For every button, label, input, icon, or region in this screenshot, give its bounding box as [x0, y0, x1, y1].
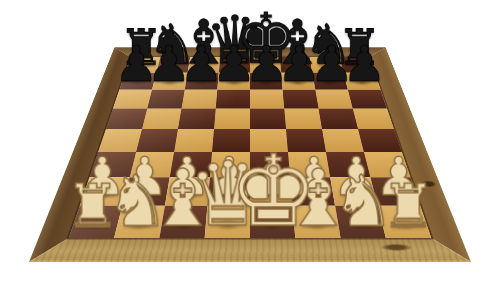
- square-b5[interactable]: [142, 108, 182, 129]
- square-d5[interactable]: [214, 108, 250, 129]
- square-e1[interactable]: ♚: [250, 206, 295, 238]
- square-h6[interactable]: [348, 90, 387, 109]
- square-d6[interactable]: [216, 90, 250, 109]
- square-g5[interactable]: [318, 108, 358, 129]
- piece-black-pawn[interactable]: ♟: [342, 40, 386, 89]
- chess-set-product-photo: ♜♞♝♛♚♝♞♜♟♟♟♟♟♟♟♟♟♟♟♟♟♟♟♟♜♞♝♛♚♝♞♜: [0, 0, 500, 286]
- square-c5[interactable]: [178, 108, 216, 129]
- square-b6[interactable]: [147, 90, 184, 109]
- square-e6[interactable]: [250, 90, 284, 109]
- square-f5[interactable]: [284, 108, 322, 129]
- board-frame-front-rail: [29, 238, 471, 262]
- square-a6[interactable]: [113, 90, 152, 109]
- piece-white-king[interactable]: ♚: [228, 141, 317, 240]
- board-3d: ♜♞♝♛♚♝♞♜♟♟♟♟♟♟♟♟♟♟♟♟♟♟♟♟♜♞♝♛♚♝♞♜: [29, 47, 471, 262]
- chess-board: ♜♞♝♛♚♝♞♜♟♟♟♟♟♟♟♟♟♟♟♟♟♟♟♟♜♞♝♛♚♝♞♜: [69, 57, 431, 238]
- square-a5[interactable]: [106, 108, 147, 129]
- square-g6[interactable]: [315, 90, 352, 109]
- square-c6[interactable]: [182, 90, 218, 109]
- square-h7[interactable]: ♟: [344, 73, 381, 90]
- square-f6[interactable]: [283, 90, 319, 109]
- square-e5[interactable]: [250, 108, 286, 129]
- square-h5[interactable]: [353, 108, 394, 129]
